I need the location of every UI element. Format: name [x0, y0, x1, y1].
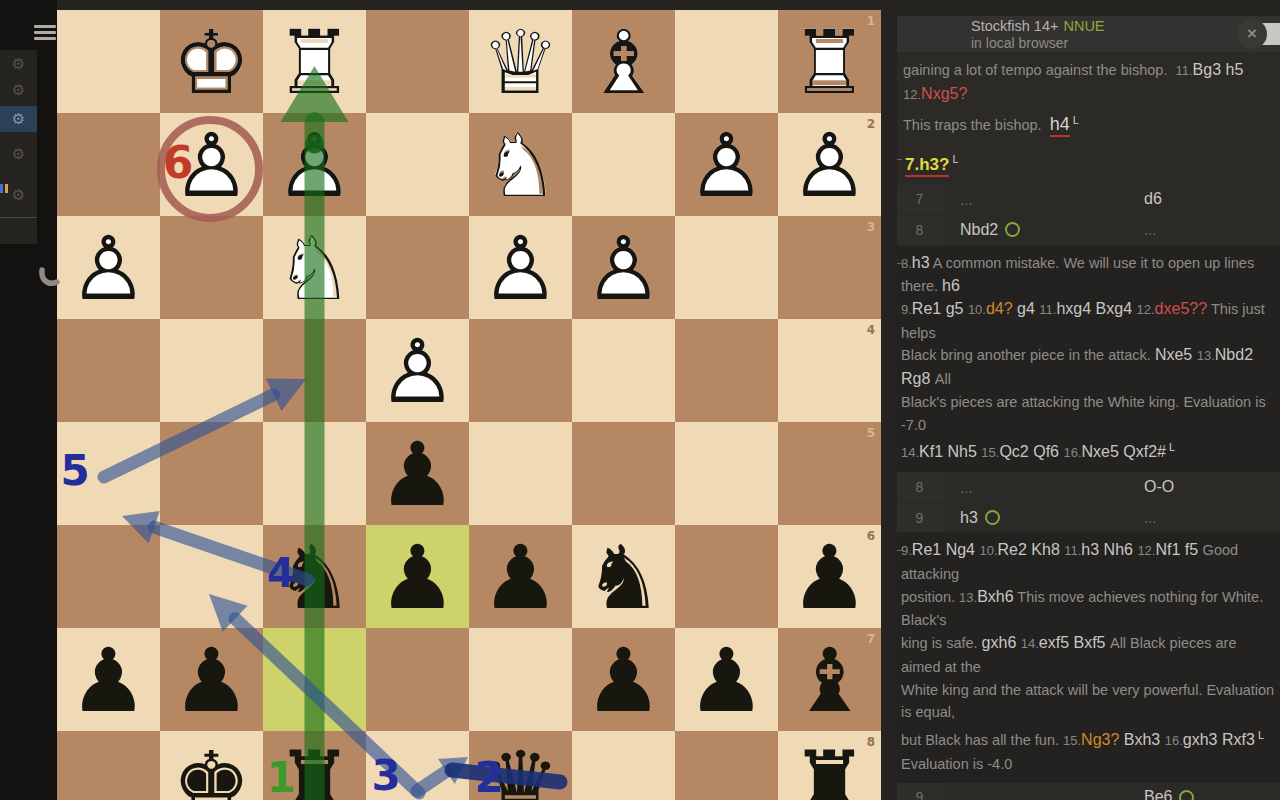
san-move[interactable]: Nxg5? [921, 85, 967, 102]
san-move[interactable]: gxh6 [982, 634, 1021, 651]
square-h4[interactable] [57, 319, 160, 422]
comment-text: king is safe. [901, 635, 982, 651]
piece-white-pawn[interactable]: ♟♙ [160, 113, 263, 216]
san-move[interactable]: h3 [960, 509, 978, 527]
black-move-cell[interactable]: ... [1134, 215, 1280, 245]
rail-footer [0, 218, 37, 244]
move-number: 8 [897, 472, 943, 502]
rank-label: 6 [867, 529, 875, 543]
comment-text: 12. [1137, 543, 1155, 558]
san-move[interactable]: dxe5?? [1155, 300, 1208, 317]
piece-black-king[interactable]: ♚ [160, 731, 263, 800]
move-number: 9 [897, 783, 943, 800]
achieved-goal-icon [985, 510, 1000, 525]
white-move-cell[interactable]: h3 [943, 503, 1134, 533]
san-move[interactable]: gxh3 Rxf3 [1183, 731, 1255, 748]
square-a5[interactable] [778, 422, 881, 525]
gear-icon[interactable]: ⚙ [0, 51, 37, 77]
comment-text: ... [960, 789, 973, 800]
piece-black-knight[interactable]: ♞ [263, 525, 366, 628]
comment-text: 8. [901, 256, 912, 271]
rank-label: 3 [867, 220, 875, 234]
line: Black's pieces are attacking the White k… [901, 391, 1276, 436]
piece-white-pawn[interactable]: ♟♙ [57, 216, 160, 319]
piece-black-pawn[interactable]: ♟ [675, 628, 778, 731]
square-b1[interactable] [675, 10, 778, 113]
square-e1[interactable] [366, 10, 469, 113]
piece-black-rook[interactable]: ♜ [778, 731, 881, 800]
square-a4[interactable] [778, 319, 881, 422]
square-h6[interactable] [57, 525, 160, 628]
piece-black-pawn[interactable]: ♟ [469, 525, 572, 628]
rank-label: 4 [867, 323, 875, 337]
line: 8.h3 A common mistake. We will use it to… [901, 252, 1276, 298]
comment-text: 9. [901, 543, 912, 558]
square-h2[interactable] [57, 113, 160, 216]
piece-white-pawn[interactable]: ♟♙ [572, 216, 675, 319]
comment-text: ... [1144, 509, 1157, 526]
comment-text: 13. [1197, 348, 1215, 363]
white-move-cell[interactable]: ... [943, 472, 1134, 502]
line: Evaluation is -4.0 [901, 753, 1276, 776]
move-row: 8...O-O [897, 472, 1280, 503]
comment-text: 16. [1165, 733, 1183, 748]
comment-text: 11. [1175, 63, 1192, 78]
square-d5[interactable] [469, 422, 572, 525]
san-move[interactable]: Qc2 Qf6 [999, 444, 1063, 461]
comment-text: 16. [1063, 446, 1081, 461]
engine-comment-line: This traps the bishop. h4 L [903, 106, 1274, 139]
move-row: 8Nbd2... [897, 215, 1280, 246]
piece-black-rook[interactable]: ♜ [263, 731, 366, 800]
white-move-cell[interactable]: Nbd2 [943, 215, 1134, 245]
rank-label: 5 [867, 426, 875, 440]
achieved-goal-icon [1179, 790, 1194, 800]
line: position. 13.Bxh6 This move achieves not… [901, 586, 1276, 632]
comment-text: L [949, 153, 958, 165]
square-e3[interactable] [366, 216, 469, 319]
comment-text: Black bring another piece in the attack. [901, 347, 1155, 363]
line: king is safe. gxh6 14.exf5 Bxf5 All Blac… [901, 632, 1276, 678]
piece-black-pawn[interactable]: ♟ [366, 422, 469, 525]
san-move[interactable]: Nbd2 [960, 221, 998, 239]
engine-title: Stockfish 14+NNUE [971, 18, 1280, 34]
phone-icon[interactable] [38, 264, 60, 294]
piece-black-knight[interactable]: ♞ [572, 525, 675, 628]
piece-black-pawn[interactable]: ♟ [572, 628, 675, 731]
black-move-cell[interactable]: O-O [1134, 472, 1280, 502]
square-g4[interactable] [160, 319, 263, 422]
line: 9.Re1 g5 10.d4? g4 11.hxg4 Bxg4 12.dxe5?… [901, 298, 1276, 344]
san-move[interactable]: Be6 [1144, 788, 1172, 800]
extension-badge [0, 184, 8, 193]
variation-block: 9.Re1 Ng4 10.Re2 Kh8 11.h3 Nh6 12.Nf1 f5… [897, 533, 1280, 782]
square-c4[interactable] [572, 319, 675, 422]
gear-icon[interactable]: ⚙ [0, 77, 37, 103]
rank-label: 1 [867, 14, 875, 28]
black-move-cell[interactable]: Be6 [1134, 783, 1280, 800]
comment-text: 12. [1137, 302, 1155, 317]
square-c8[interactable] [572, 731, 675, 800]
engine-comment-area: gaining a lot of tempo against the bisho… [897, 52, 1280, 185]
san-move[interactable]: Re1 g5 [912, 300, 968, 317]
comment-text: 11. [1039, 302, 1056, 317]
left-sidebar: ⚙⚙⚙⚙⚙ [0, 0, 57, 800]
comment-text: ... [960, 191, 973, 208]
board-top-strip [57, 0, 881, 10]
comment-text: ... [960, 479, 973, 496]
piece-black-queen[interactable]: ♛ [469, 731, 572, 800]
comment-text: 14. [901, 446, 919, 461]
san-move[interactable]: h4 [1050, 114, 1070, 137]
square-b5[interactable] [675, 422, 778, 525]
san-move[interactable]: d4? [986, 300, 1013, 317]
line: but Black has all the fun. 15.Ng3? Bxh3 … [901, 724, 1276, 753]
san-move[interactable]: g4 [1013, 300, 1040, 317]
san-move[interactable]: Ng3? [1081, 731, 1119, 748]
achieved-goal-icon [1005, 222, 1020, 237]
gear-icon[interactable]: ⚙ [0, 141, 37, 167]
san-move[interactable]: Bxh6 [977, 588, 1013, 605]
black-move-cell[interactable]: ... [1134, 503, 1280, 533]
piece-white-pawn[interactable]: ♟♙ [469, 216, 572, 319]
san-move[interactable]: O-O [1144, 478, 1174, 496]
gear-icon[interactable]: ⚙ [0, 106, 37, 132]
square-e8[interactable] [366, 731, 469, 800]
piece-white-pawn[interactable]: ♟♙ [778, 113, 881, 216]
white-move-cell[interactable]: ... [943, 185, 1134, 215]
san-move[interactable]: d6 [1144, 190, 1162, 208]
square-d7[interactable] [469, 628, 572, 731]
square-b3[interactable] [675, 216, 778, 319]
variation-block: 8.h3 A common mistake. We will use it to… [897, 246, 1280, 473]
square-g6[interactable] [160, 525, 263, 628]
line: Black bring another piece in the attack.… [901, 344, 1276, 390]
san-move[interactable]: Bxh3 [1119, 731, 1164, 748]
comment-text: All [935, 371, 951, 387]
comment-text: 11. [1064, 543, 1081, 558]
rank-label: 2 [867, 117, 875, 131]
comment-text: 12. [903, 87, 921, 102]
comment-text: but Black has all the fun. [901, 732, 1063, 748]
piece-white-rook[interactable]: ♜♖ [263, 10, 366, 113]
square-e2[interactable] [366, 113, 469, 216]
comment-text: White king and the attack will be very p… [901, 682, 1278, 721]
close-icon[interactable]: × [1237, 19, 1267, 49]
rank-label: 7 [867, 632, 875, 646]
piece-black-pawn[interactable]: ♟ [366, 525, 469, 628]
analysis-panel: Stockfish 14+NNUE in local browser × gai… [897, 0, 1280, 800]
comment-text: L [1070, 114, 1079, 126]
piece-white-bishop[interactable]: ♝♗ [572, 10, 675, 113]
san-move[interactable]: Bg3 h5 [1193, 61, 1248, 78]
comment-text: position. [901, 589, 959, 605]
piece-black-pawn[interactable]: ♟ [778, 525, 881, 628]
comment-text: 15. [1063, 733, 1081, 748]
piece-white-pawn[interactable]: ♟♙ [263, 113, 366, 216]
piece-white-pawn[interactable]: ♟♙ [675, 113, 778, 216]
comment-text: gaining a lot of tempo against the bisho… [903, 62, 1175, 78]
square-h8[interactable] [57, 731, 160, 800]
move-number: 9 [897, 503, 943, 533]
square-b6[interactable] [675, 525, 778, 628]
piece-white-knight[interactable]: ♞♘ [263, 216, 366, 319]
square-f4[interactable] [263, 319, 366, 422]
piece-white-king[interactable]: ♚♔ [160, 10, 263, 113]
san-move[interactable]: h3 Nh6 [1081, 541, 1137, 558]
san-move[interactable]: 7.h3? [905, 155, 949, 177]
comment-text: 15. [981, 446, 999, 461]
san-move[interactable]: h3 [912, 254, 930, 271]
piece-white-queen[interactable]: ♛♕ [469, 10, 572, 113]
engine-comment-line: gaining a lot of tempo against the bisho… [903, 58, 1274, 106]
square-g3[interactable] [160, 216, 263, 319]
square-a3[interactable] [778, 216, 881, 319]
move-number: 8 [897, 215, 943, 245]
menu-icon[interactable] [34, 25, 56, 40]
comment-text: Black's pieces are attacking the White k… [901, 394, 1270, 433]
square-h5[interactable] [57, 422, 160, 525]
san-move[interactable]: Nf1 f5 [1155, 541, 1202, 558]
piece-white-knight[interactable]: ♞♘ [469, 113, 572, 216]
san-move[interactable]: hxg4 Bxg4 [1056, 300, 1136, 317]
rank-label: 8 [867, 735, 875, 749]
move-row: 7...d6 [897, 185, 1280, 216]
line: 14.Kf1 Nh5 15.Qc2 Qf6 16.Nxe5 Qxf2# L [901, 436, 1276, 465]
engine-subtitle: in local browser [971, 35, 1280, 51]
square-c5[interactable] [572, 422, 675, 525]
piece-black-pawn[interactable]: ♟ [160, 628, 263, 731]
comment-text: L [1166, 441, 1175, 453]
comment-text: 9. [901, 302, 912, 317]
move-row: 9h3... [897, 503, 1280, 534]
piece-black-bishop[interactable]: ♝ [778, 628, 881, 731]
black-move-cell[interactable]: d6 [1134, 185, 1280, 215]
comment-text: L [1255, 729, 1264, 741]
piece-white-pawn[interactable]: ♟♙ [366, 319, 469, 422]
san-move[interactable]: exf5 Bxf5 [1039, 634, 1110, 651]
move-number: 7 [897, 185, 943, 215]
chess-board: 12345678♚♔♜♖♛♕♝♗♜♖♟♙♟♙♞♘♟♙♟♙♟♙♞♘♟♙♟♙♟♙♟♞… [57, 10, 881, 800]
square-f7[interactable] [263, 628, 366, 731]
white-move-cell[interactable]: ... [943, 783, 1134, 800]
san-move[interactable]: Re2 Kh8 [998, 541, 1065, 558]
line: 9.Re1 Ng4 10.Re2 Kh8 11.h3 Nh6 12.Nf1 f5… [901, 539, 1276, 585]
piece-black-pawn[interactable]: ♟ [57, 628, 160, 731]
square-h1[interactable] [57, 10, 160, 113]
san-move[interactable]: Nxe5 Qxf2# [1082, 444, 1166, 461]
move-row: 9...Be6 [897, 783, 1280, 800]
comment-text: 13. [959, 590, 977, 605]
comment-text: 10. [968, 302, 986, 317]
square-b8[interactable] [675, 731, 778, 800]
comment-text: 14. [1021, 636, 1039, 651]
square-d4[interactable] [469, 319, 572, 422]
san-move[interactable]: Nxe5 [1155, 346, 1197, 363]
comment-text: This traps the bishop. [903, 117, 1050, 133]
line: White king and the attack will be very p… [901, 679, 1276, 724]
comment-text: ... [1144, 221, 1157, 238]
engine-name: Stockfish 14+ [971, 18, 1058, 34]
san-move[interactable]: Kf1 Nh5 [919, 444, 981, 461]
square-e7[interactable] [366, 628, 469, 731]
comment-text: Evaluation is -4.0 [901, 756, 1012, 772]
engine-comment-line: 7.h3? L [903, 147, 1274, 176]
comment-text: 10. [979, 543, 997, 558]
square-c2[interactable] [572, 113, 675, 216]
move-list: 7...d68Nbd2...8.h3 A common mistake. We … [897, 185, 1280, 800]
engine-header: Stockfish 14+NNUE in local browser × [897, 16, 1280, 52]
engine-badge: NNUE [1063, 18, 1104, 34]
square-b4[interactable] [675, 319, 778, 422]
square-g5[interactable] [160, 422, 263, 525]
piece-white-rook[interactable]: ♜♖ [778, 10, 881, 113]
san-move[interactable]: Re1 Ng4 [912, 541, 980, 558]
square-f5[interactable] [263, 422, 366, 525]
san-move[interactable]: h6 [942, 277, 960, 294]
